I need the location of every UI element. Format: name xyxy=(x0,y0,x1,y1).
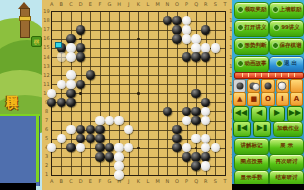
stone-black-F5[interactable] xyxy=(95,134,104,143)
tree-badge: 棋 xyxy=(31,36,42,47)
coord-letter-top: E xyxy=(87,2,93,7)
white-stone-icon xyxy=(252,83,260,91)
stone-black-F6[interactable] xyxy=(95,125,104,134)
coord-number-left: 18 xyxy=(43,18,50,23)
stone-black-P3[interactable] xyxy=(182,152,191,161)
coord-letter-bottom: M xyxy=(155,179,161,184)
grid-line-v xyxy=(167,12,168,175)
coord-letter-top: N xyxy=(164,2,170,7)
coord-number-left: 7 xyxy=(43,118,50,123)
stone-black-R3[interactable] xyxy=(201,152,210,161)
current-move-marker xyxy=(55,42,62,49)
stone-white-C15[interactable] xyxy=(66,43,75,52)
stone-black-O6[interactable] xyxy=(172,125,181,134)
coord-letter-bottom: J xyxy=(126,179,132,184)
button-icon xyxy=(237,6,244,13)
tool-black-stone[interactable] xyxy=(261,79,274,93)
coord-letter-bottom: Q xyxy=(193,179,199,184)
stone-black-C16[interactable] xyxy=(66,34,75,43)
coord-letter-top: G xyxy=(106,2,112,7)
stone-black-B9[interactable] xyxy=(57,98,66,107)
stone-black-O18[interactable] xyxy=(172,16,181,25)
stone-white-C11[interactable] xyxy=(66,80,75,89)
stone-white-C14[interactable] xyxy=(66,52,75,61)
stone-black-F3[interactable] xyxy=(95,152,104,161)
star-point xyxy=(137,38,139,40)
stone-black-C10[interactable] xyxy=(66,89,75,98)
coord-letter-bottom: N xyxy=(164,179,170,184)
coord-letter-bottom: R xyxy=(203,179,209,184)
button-icon xyxy=(237,60,244,67)
tool-blank[interactable] xyxy=(290,79,303,93)
sidebar-blue-panel xyxy=(0,114,40,186)
stone-white-H3[interactable] xyxy=(114,152,123,161)
coord-number-left: 19 xyxy=(43,9,50,14)
stone-black-Q3[interactable] xyxy=(191,152,200,161)
stone-white-B14[interactable] xyxy=(57,52,66,61)
mark-tool-I[interactable]: I xyxy=(276,92,289,106)
coord-number-left: 15 xyxy=(43,45,50,50)
stone-white-B11[interactable] xyxy=(57,80,66,89)
coord-letter-bottom: C xyxy=(68,179,74,184)
coord-letter-top: L xyxy=(145,2,151,7)
action-button-1-0[interactable]: 圈点投票 xyxy=(234,154,269,171)
coord-letter-top: M xyxy=(155,2,161,7)
stone-black-D15[interactable] xyxy=(76,43,85,52)
panel-button-5[interactable]: 保存棋谱 xyxy=(269,38,304,55)
coord-letter-bottom: H xyxy=(116,179,122,184)
stone-white-H7[interactable] xyxy=(114,116,123,125)
mark-tool-▲[interactable]: ▲ xyxy=(233,92,246,106)
nav-2[interactable]: ▶ xyxy=(269,106,285,122)
coord-letter-top: B xyxy=(58,2,64,7)
coord-letter-bottom: S xyxy=(212,179,218,184)
stone-white-F7[interactable] xyxy=(95,116,104,125)
grid-line-v xyxy=(158,12,159,175)
coord-letter-bottom: T xyxy=(222,179,228,184)
stone-black-D14[interactable] xyxy=(76,52,85,61)
coord-number-left: 2 xyxy=(43,163,50,168)
coord-letter-bottom: A xyxy=(49,179,55,184)
stone-black-Q10[interactable] xyxy=(191,89,200,98)
coord-letter-top: J xyxy=(126,2,132,7)
coord-number-left: 17 xyxy=(43,27,50,32)
stone-white-P16[interactable] xyxy=(182,34,191,43)
coord-number-left: 14 xyxy=(43,55,50,60)
coord-letter-bottom: D xyxy=(78,179,84,184)
coord-letter-top: A xyxy=(49,2,55,7)
coord-letter-bottom: B xyxy=(58,179,64,184)
load-homework-button[interactable]: 加载作业 xyxy=(273,121,303,137)
button-icon xyxy=(276,60,283,67)
stone-white-H1[interactable] xyxy=(114,170,123,179)
stone-black-O17[interactable] xyxy=(172,25,181,34)
coord-number-left: 3 xyxy=(43,154,50,159)
nav-row-1: ◀◀◀▶▶▶ xyxy=(233,106,303,122)
star-point xyxy=(79,92,81,94)
coord-letter-top: D xyxy=(78,2,84,7)
stone-black-Q7[interactable] xyxy=(191,116,200,125)
panel-button-3[interactable]: 99讲义 xyxy=(269,20,304,37)
stone-black-N8[interactable] xyxy=(163,107,172,116)
panel-bottom-black xyxy=(232,184,304,190)
coord-letter-top: P xyxy=(184,2,190,7)
stone-black-R17[interactable] xyxy=(201,25,210,34)
button-icon xyxy=(237,24,244,31)
coord-letter-top: O xyxy=(174,2,180,7)
mark-tool-O[interactable]: O xyxy=(261,92,274,106)
stone-white-Q15[interactable] xyxy=(191,43,200,52)
coord-letter-top: C xyxy=(68,2,74,7)
nav2-1[interactable]: ▶▮ xyxy=(253,121,271,137)
stone-black-C4[interactable] xyxy=(66,143,75,152)
stone-white-R2[interactable] xyxy=(201,161,210,170)
button-icon xyxy=(272,6,279,13)
action-button-0-1[interactable]: 展 示 xyxy=(269,138,304,155)
button-icon xyxy=(237,42,244,49)
black-stone-icon xyxy=(236,83,243,90)
coord-letter-bottom: F xyxy=(97,179,103,184)
go-board[interactable]: AABBCCDDEEFFGGHHJJKKLLMMNNOOPPQQRRSSTT19… xyxy=(42,0,232,190)
coord-number-left: 13 xyxy=(43,64,50,69)
white-stone-icon xyxy=(278,82,287,91)
move-slider[interactable] xyxy=(234,72,304,79)
black-stone-icon xyxy=(265,83,272,90)
app-window: 棋 围棋 AABBCCDDEEFFGGHHJJKKLLMMNNOOPPQQRRS… xyxy=(0,0,304,190)
panel-button-7[interactable]: 退 出 xyxy=(269,56,304,73)
stone-white-Q16[interactable] xyxy=(191,34,200,43)
tool-black-stone-selected[interactable] xyxy=(233,79,246,93)
coord-number-left: 5 xyxy=(43,136,50,141)
action-button-1-1[interactable]: 再次研讨 xyxy=(269,154,304,171)
coord-letter-top: Q xyxy=(193,2,199,7)
button-icon xyxy=(273,24,280,31)
tool-white-stone[interactable] xyxy=(276,79,289,93)
nav-1[interactable]: ◀ xyxy=(251,106,267,122)
coord-number-left: 1 xyxy=(43,172,50,177)
stone-white-R15[interactable] xyxy=(201,43,210,52)
stone-black-E12[interactable] xyxy=(86,70,95,79)
sidebar-green-strip xyxy=(36,116,39,182)
coord-number-left: 6 xyxy=(43,127,50,132)
coord-letter-bottom: G xyxy=(106,179,112,184)
mark-tool-■[interactable]: ■ xyxy=(247,92,260,106)
stone-black-F4[interactable] xyxy=(95,143,104,152)
stone-black-O5[interactable] xyxy=(172,134,181,143)
coord-letter-bottom: O xyxy=(174,179,180,184)
stone-white-H2[interactable] xyxy=(114,161,123,170)
stone-black-Q14[interactable] xyxy=(191,52,200,61)
coord-letter-bottom: K xyxy=(135,179,141,184)
stone-black-G3[interactable] xyxy=(105,152,114,161)
grid-line-v xyxy=(148,12,149,175)
coord-letter-top: R xyxy=(203,2,209,7)
coord-letter-top: S xyxy=(212,2,218,7)
coord-letter-bottom: L xyxy=(145,179,151,184)
stone-black-O4[interactable] xyxy=(172,143,181,152)
star-point xyxy=(137,147,139,149)
button-icon xyxy=(272,42,279,49)
stone-black-P14[interactable] xyxy=(182,52,191,61)
coord-number-left: 8 xyxy=(43,109,50,114)
coord-letter-top: H xyxy=(116,2,122,7)
mark-tool-A[interactable]: A xyxy=(290,92,303,106)
nav-row-2: ▮◀▶▮加载作业 xyxy=(233,121,303,137)
coord-letter-top: K xyxy=(135,2,141,7)
stone-black-Q2[interactable] xyxy=(191,161,200,170)
nav2-0[interactable]: ▮◀ xyxy=(233,121,251,137)
stone-black-O16[interactable] xyxy=(172,34,181,43)
pagoda-tower xyxy=(18,2,30,36)
coord-letter-bottom: E xyxy=(87,179,93,184)
stone-white-C6[interactable] xyxy=(66,125,75,134)
sidebar-illustration: 棋 围棋 xyxy=(0,0,42,190)
tool-alternate-bw-stones[interactable] xyxy=(247,79,260,93)
coord-number-left: 16 xyxy=(43,36,50,41)
nav-0[interactable]: ◀◀ xyxy=(233,106,249,122)
app-logo-text: 围棋 xyxy=(0,86,18,88)
coord-letter-top: F xyxy=(97,2,103,7)
panel-button-1[interactable]: 上墙鼓励 xyxy=(269,2,304,19)
grid-line-h xyxy=(52,102,225,103)
coord-number-left: 12 xyxy=(43,73,50,78)
panel-button-4[interactable]: 形势判断 xyxy=(234,38,269,55)
control-panel: 领取奖励上墙鼓励打开讲义99讲义形势判断保存棋谱动画故事退 出 ▲■OIA ◀◀… xyxy=(232,0,304,190)
star-point xyxy=(79,38,81,40)
action-button-0-0[interactable]: 讲解标记 xyxy=(234,138,269,155)
star-point xyxy=(137,92,139,94)
mark-tool-row: ▲■OIA xyxy=(233,92,303,106)
panel-button-2[interactable]: 打开讲义 xyxy=(234,20,269,37)
stone-black-D17[interactable] xyxy=(76,25,85,34)
stone-tool-row xyxy=(233,79,303,93)
stone-black-C9[interactable] xyxy=(66,98,75,107)
panel-button-6[interactable]: 动画故事 xyxy=(234,56,269,73)
coord-number-left: 11 xyxy=(43,82,50,87)
nav-3[interactable]: ▶▶ xyxy=(287,106,303,122)
sidebar-bottom-black xyxy=(0,183,36,190)
stone-white-S15[interactable] xyxy=(211,43,220,52)
coord-letter-top: T xyxy=(222,2,228,7)
stone-white-C12[interactable] xyxy=(66,70,75,79)
stone-white-P17[interactable] xyxy=(182,25,191,34)
coord-letter-bottom: P xyxy=(184,179,190,184)
panel-button-0[interactable]: 领取奖励 xyxy=(234,2,269,19)
stone-black-Q8[interactable] xyxy=(191,107,200,116)
